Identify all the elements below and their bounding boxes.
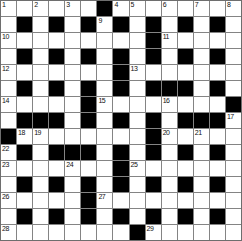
- cell-r11c11[interactable]: [162, 161, 177, 176]
- black-cell-r10c2: [17, 145, 32, 160]
- cell-r7c5[interactable]: [65, 97, 80, 112]
- cell-r14c11[interactable]: [162, 209, 177, 224]
- cell-r12c3[interactable]: [33, 177, 48, 192]
- cell-r13c1[interactable]: 26: [1, 193, 16, 208]
- cell-r13c3[interactable]: [33, 193, 48, 208]
- cell-r3c3[interactable]: [33, 33, 48, 48]
- black-cell-r11c8: [113, 161, 128, 176]
- cell-r15c2[interactable]: [17, 225, 32, 240]
- cell-r9c12[interactable]: [178, 129, 193, 144]
- clue-number: 10: [2, 33, 9, 41]
- cell-r4c11[interactable]: [162, 49, 177, 64]
- black-cell-r12c12: [178, 177, 193, 192]
- cell-r14c5[interactable]: [65, 209, 80, 224]
- cell-r7c4[interactable]: [49, 97, 64, 112]
- cell-r4c13[interactable]: [194, 49, 209, 64]
- cell-r8c9[interactable]: [130, 113, 145, 128]
- cell-r1c1[interactable]: 1: [1, 1, 16, 16]
- cell-r4c7[interactable]: [97, 49, 112, 64]
- black-cell-r8c10: [146, 113, 161, 128]
- black-cell-r8c14: [210, 113, 225, 128]
- cell-r15c3[interactable]: [33, 225, 48, 240]
- black-cell-r10c6: [81, 145, 96, 160]
- black-cell-r8c2: [17, 113, 32, 128]
- black-cell-r10c10: [146, 145, 161, 160]
- black-cell-r12c8: [113, 177, 128, 192]
- cell-r1c3[interactable]: 2: [33, 1, 48, 16]
- cell-r13c5[interactable]: [65, 193, 80, 208]
- cell-r15c10[interactable]: 29: [146, 225, 161, 240]
- black-cell-r4c14: [210, 49, 225, 64]
- cell-r9c9[interactable]: [130, 129, 145, 144]
- cell-r8c15[interactable]: 17: [226, 113, 241, 128]
- cell-r13c12[interactable]: [178, 193, 193, 208]
- cell-r2c11[interactable]: [162, 17, 177, 32]
- cell-r13c13[interactable]: [194, 193, 209, 208]
- cell-r11c4[interactable]: [49, 161, 64, 176]
- black-cell-r6c6: [81, 81, 96, 96]
- cell-r13c8[interactable]: [113, 193, 128, 208]
- clue-number: 18: [18, 129, 25, 137]
- cell-r1c4[interactable]: [49, 1, 64, 16]
- black-cell-r2c14: [210, 17, 225, 32]
- clue-number: 12: [2, 65, 9, 73]
- cell-r15c14[interactable]: [210, 225, 225, 240]
- clue-number: 15: [98, 97, 105, 105]
- cell-r14c3[interactable]: [33, 209, 48, 224]
- clue-number: 6: [163, 1, 166, 9]
- cell-r5c11[interactable]: [162, 65, 177, 80]
- cell-r11c3[interactable]: [33, 161, 48, 176]
- clue-number: 22: [2, 145, 9, 153]
- black-cell-r10c14: [210, 145, 225, 160]
- black-cell-r9c1: [1, 129, 16, 144]
- black-cell-r4c6: [81, 49, 96, 64]
- cell-r5c6[interactable]: [81, 65, 96, 80]
- clue-number: 9: [98, 17, 101, 25]
- clue-number: 19: [34, 129, 41, 137]
- black-cell-r10c5: [65, 145, 80, 160]
- clue-number: 2: [34, 1, 37, 9]
- cell-r9c4[interactable]: [49, 129, 64, 144]
- cell-r4c1[interactable]: [1, 49, 16, 64]
- cell-r11c7[interactable]: [97, 161, 112, 176]
- cell-r3c2[interactable]: [17, 33, 32, 48]
- cell-r6c15[interactable]: [226, 81, 241, 96]
- cell-r9c8[interactable]: [113, 129, 128, 144]
- cell-r11c13[interactable]: [194, 161, 209, 176]
- cell-r7c3[interactable]: [33, 97, 48, 112]
- black-cell-r3c10: [146, 33, 161, 48]
- cell-r15c15[interactable]: [226, 225, 241, 240]
- clue-number: 16: [163, 97, 170, 105]
- black-cell-r4c12: [178, 49, 193, 64]
- black-cell-r8c4: [49, 113, 64, 128]
- cell-r5c9[interactable]: 13: [130, 65, 145, 80]
- clue-number: 25: [131, 161, 138, 169]
- cell-r5c10[interactable]: [146, 65, 161, 80]
- cell-r3c1[interactable]: 10: [1, 33, 16, 48]
- cell-r9c15[interactable]: [226, 129, 241, 144]
- clue-number: 14: [2, 97, 9, 105]
- cell-r9c7[interactable]: [97, 129, 112, 144]
- black-cell-r8c12: [178, 113, 193, 128]
- cell-r12c7[interactable]: [97, 177, 112, 192]
- cell-r7c9[interactable]: [130, 97, 145, 112]
- cell-r13c14[interactable]: [210, 193, 225, 208]
- cell-r10c7[interactable]: [97, 145, 112, 160]
- cell-r7c11[interactable]: 16: [162, 97, 177, 112]
- cell-r8c5[interactable]: [65, 113, 80, 128]
- black-cell-r1c7: [97, 1, 112, 16]
- cell-r15c4[interactable]: [49, 225, 64, 240]
- clue-number: 20: [163, 129, 170, 137]
- cell-r9c6[interactable]: [81, 129, 96, 144]
- black-cell-r2c6: [81, 17, 96, 32]
- cell-r7c1[interactable]: 14: [1, 97, 16, 112]
- black-cell-r14c6: [81, 209, 96, 224]
- cell-r10c1[interactable]: 22: [1, 145, 16, 160]
- black-cell-r14c8: [113, 209, 128, 224]
- cell-r14c1[interactable]: [1, 209, 16, 224]
- cell-r4c5[interactable]: [65, 49, 80, 64]
- clue-number: 5: [131, 1, 134, 9]
- cell-r15c5[interactable]: [65, 225, 80, 240]
- cell-r1c13[interactable]: 7: [194, 1, 209, 16]
- cell-r5c5[interactable]: [65, 65, 80, 80]
- cell-r12c5[interactable]: [65, 177, 80, 192]
- cell-r10c15[interactable]: [226, 145, 241, 160]
- clue-number: 29: [147, 225, 154, 233]
- cell-r13c7[interactable]: 27: [97, 193, 112, 208]
- black-cell-r14c12: [178, 209, 193, 224]
- cell-r11c12[interactable]: [178, 161, 193, 176]
- cell-r1c14[interactable]: [210, 1, 225, 16]
- crossword-board: 1234567891011121314151617181920212223242…: [0, 0, 242, 241]
- black-cell-r7c15: [226, 97, 241, 112]
- cell-r11c14[interactable]: [210, 161, 225, 176]
- cell-r3c14[interactable]: [210, 33, 225, 48]
- cell-r14c9[interactable]: [130, 209, 145, 224]
- black-cell-r12c6: [81, 177, 96, 192]
- black-cell-r14c2: [17, 209, 32, 224]
- black-cell-r14c14: [210, 209, 225, 224]
- cell-r1c10[interactable]: [146, 1, 161, 16]
- cell-r11c5[interactable]: 24: [65, 161, 80, 176]
- cell-r5c12[interactable]: [178, 65, 193, 80]
- cell-r13c15[interactable]: [226, 193, 241, 208]
- cell-r5c15[interactable]: [226, 65, 241, 80]
- clue-number: 8: [227, 1, 230, 9]
- cell-r1c2[interactable]: [17, 1, 32, 16]
- black-cell-r4c4: [49, 49, 64, 64]
- clue-number: 17: [227, 113, 234, 121]
- black-cell-r6c12: [178, 81, 193, 96]
- cell-r15c11[interactable]: [162, 225, 177, 240]
- black-cell-r2c2: [17, 17, 32, 32]
- cell-r8c1[interactable]: [1, 113, 16, 128]
- cell-r9c14[interactable]: [210, 129, 225, 144]
- cell-r11c10[interactable]: [146, 161, 161, 176]
- cell-r3c12[interactable]: [178, 33, 193, 48]
- clue-number: 21: [195, 129, 202, 137]
- black-cell-r10c8: [113, 145, 128, 160]
- cell-r4c9[interactable]: [130, 49, 145, 64]
- cell-r7c10[interactable]: [146, 97, 161, 112]
- cell-r7c12[interactable]: [178, 97, 193, 112]
- cell-r12c15[interactable]: [226, 177, 241, 192]
- cell-r13c4[interactable]: [49, 193, 64, 208]
- cell-r5c7[interactable]: [97, 65, 112, 80]
- cell-r15c7[interactable]: [97, 225, 112, 240]
- black-cell-r6c10: [146, 81, 161, 96]
- black-cell-r15c9: [130, 225, 145, 240]
- cell-r3c4[interactable]: [49, 33, 64, 48]
- cell-r1c11[interactable]: 6: [162, 1, 177, 16]
- cell-r6c9[interactable]: [130, 81, 145, 96]
- cell-r8c7[interactable]: [97, 113, 112, 128]
- cell-r7c14[interactable]: [210, 97, 225, 112]
- cell-r10c13[interactable]: [194, 145, 209, 160]
- cell-r3c15[interactable]: [226, 33, 241, 48]
- cell-r14c15[interactable]: [226, 209, 241, 224]
- cell-r5c2[interactable]: [17, 65, 32, 80]
- cell-r5c4[interactable]: [49, 65, 64, 80]
- cell-r12c13[interactable]: [194, 177, 209, 192]
- cell-r2c3[interactable]: [33, 17, 48, 32]
- cell-r3c8[interactable]: [113, 33, 128, 48]
- black-cell-r12c14: [210, 177, 225, 192]
- black-cell-r2c12: [178, 17, 193, 32]
- cell-r2c9[interactable]: [130, 17, 145, 32]
- cell-r7c7[interactable]: 15: [97, 97, 112, 112]
- cell-r5c3[interactable]: [33, 65, 48, 80]
- cell-r14c7[interactable]: [97, 209, 112, 224]
- black-cell-r4c10: [146, 49, 161, 64]
- cell-r1c5[interactable]: 3: [65, 1, 80, 16]
- cell-r5c14[interactable]: [210, 65, 225, 80]
- black-cell-r8c8: [113, 113, 128, 128]
- cell-r15c12[interactable]: [178, 225, 193, 240]
- cell-r1c6[interactable]: [81, 1, 96, 16]
- clue-number: 4: [114, 1, 117, 9]
- black-cell-r10c12: [178, 145, 193, 160]
- cell-r9c5[interactable]: [65, 129, 80, 144]
- cell-r2c7[interactable]: 9: [97, 17, 112, 32]
- clue-number: 26: [2, 193, 9, 201]
- cell-r9c2[interactable]: 18: [17, 129, 32, 144]
- cell-r1c9[interactable]: 5: [130, 1, 145, 16]
- cell-r5c13[interactable]: [194, 65, 209, 80]
- cell-r4c15[interactable]: [226, 49, 241, 64]
- cell-r15c1[interactable]: 28: [1, 225, 16, 240]
- clue-number: 23: [2, 161, 9, 169]
- cell-r10c11[interactable]: [162, 145, 177, 160]
- black-cell-r10c4: [49, 145, 64, 160]
- cell-r11c9[interactable]: 25: [130, 161, 145, 176]
- cell-r12c9[interactable]: [130, 177, 145, 192]
- cell-r7c2[interactable]: [17, 97, 32, 112]
- cell-r15c13[interactable]: [194, 225, 209, 240]
- cell-r6c1[interactable]: [1, 81, 16, 96]
- cell-r8c11[interactable]: [162, 113, 177, 128]
- cell-r9c3[interactable]: 19: [33, 129, 48, 144]
- clue-number: 7: [195, 1, 198, 9]
- cell-r6c5[interactable]: [65, 81, 80, 96]
- cell-r6c7[interactable]: [97, 81, 112, 96]
- cell-r11c15[interactable]: [226, 161, 241, 176]
- cell-r15c6[interactable]: [81, 225, 96, 240]
- black-cell-r14c4: [49, 209, 64, 224]
- black-cell-r13c6: [81, 193, 96, 208]
- cell-r6c3[interactable]: [33, 81, 48, 96]
- cell-r13c2[interactable]: [17, 193, 32, 208]
- black-cell-r6c14: [210, 81, 225, 96]
- black-cell-r12c4: [49, 177, 64, 192]
- cell-r9c11[interactable]: 20: [162, 129, 177, 144]
- black-cell-r2c10: [146, 17, 161, 32]
- black-cell-r6c8: [113, 81, 128, 96]
- black-cell-r4c2: [17, 49, 32, 64]
- cell-r4c3[interactable]: [33, 49, 48, 64]
- cell-r3c9[interactable]: [130, 33, 145, 48]
- cell-r14c13[interactable]: [194, 209, 209, 224]
- black-cell-r4c8: [113, 49, 128, 64]
- cell-r10c3[interactable]: [33, 145, 48, 160]
- cell-r2c1[interactable]: [1, 17, 16, 32]
- black-cell-r8c6: [81, 113, 96, 128]
- black-cell-r12c10: [146, 177, 161, 192]
- cell-r2c15[interactable]: [226, 17, 241, 32]
- black-cell-r9c10: [146, 129, 161, 144]
- cell-r1c8[interactable]: 4: [113, 1, 128, 16]
- clue-number: 3: [66, 1, 69, 9]
- cell-r6c13[interactable]: [194, 81, 209, 96]
- cell-r2c5[interactable]: [65, 17, 80, 32]
- clue-number: 11: [163, 33, 169, 41]
- cell-r13c10[interactable]: [146, 193, 161, 208]
- cell-r1c12[interactable]: [178, 1, 193, 16]
- cell-r9c13[interactable]: 21: [194, 129, 209, 144]
- cell-r3c6[interactable]: [81, 33, 96, 48]
- cell-r11c1[interactable]: 23: [1, 161, 16, 176]
- cell-r12c1[interactable]: [1, 177, 16, 192]
- black-cell-r14c10: [146, 209, 161, 224]
- clue-number: 28: [2, 225, 9, 233]
- clue-number: 24: [66, 161, 73, 169]
- cell-r3c5[interactable]: [65, 33, 80, 48]
- black-cell-r6c4: [49, 81, 64, 96]
- cell-r1c15[interactable]: 8: [226, 1, 241, 16]
- black-cell-r12c2: [17, 177, 32, 192]
- black-cell-r7c6: [81, 97, 96, 112]
- cell-r13c11[interactable]: [162, 193, 177, 208]
- cell-r7c8[interactable]: [113, 97, 128, 112]
- cell-r12c11[interactable]: [162, 177, 177, 192]
- cell-r10c9[interactable]: [130, 145, 145, 160]
- black-cell-r2c4: [49, 17, 64, 32]
- black-cell-r5c8: [113, 65, 128, 80]
- cell-r13c9[interactable]: [130, 193, 145, 208]
- cell-r3c13[interactable]: [194, 33, 209, 48]
- cell-r7c13[interactable]: [194, 97, 209, 112]
- black-cell-r8c3: [33, 113, 48, 128]
- cell-r3c11[interactable]: 11: [162, 33, 177, 48]
- cell-r2c13[interactable]: [194, 17, 209, 32]
- cell-r15c8[interactable]: [113, 225, 128, 240]
- cell-r11c2[interactable]: [17, 161, 32, 176]
- black-cell-r8c13: [194, 113, 209, 128]
- clue-number: 1: [2, 1, 5, 9]
- clue-number: 27: [98, 193, 105, 201]
- cell-r11c6[interactable]: [81, 161, 96, 176]
- black-cell-r2c8: [113, 17, 128, 32]
- cell-r3c7[interactable]: [97, 33, 112, 48]
- cell-r5c1[interactable]: 12: [1, 65, 16, 80]
- black-cell-r6c2: [17, 81, 32, 96]
- clue-number: 13: [131, 65, 138, 73]
- black-cell-r6c11: [162, 81, 177, 96]
